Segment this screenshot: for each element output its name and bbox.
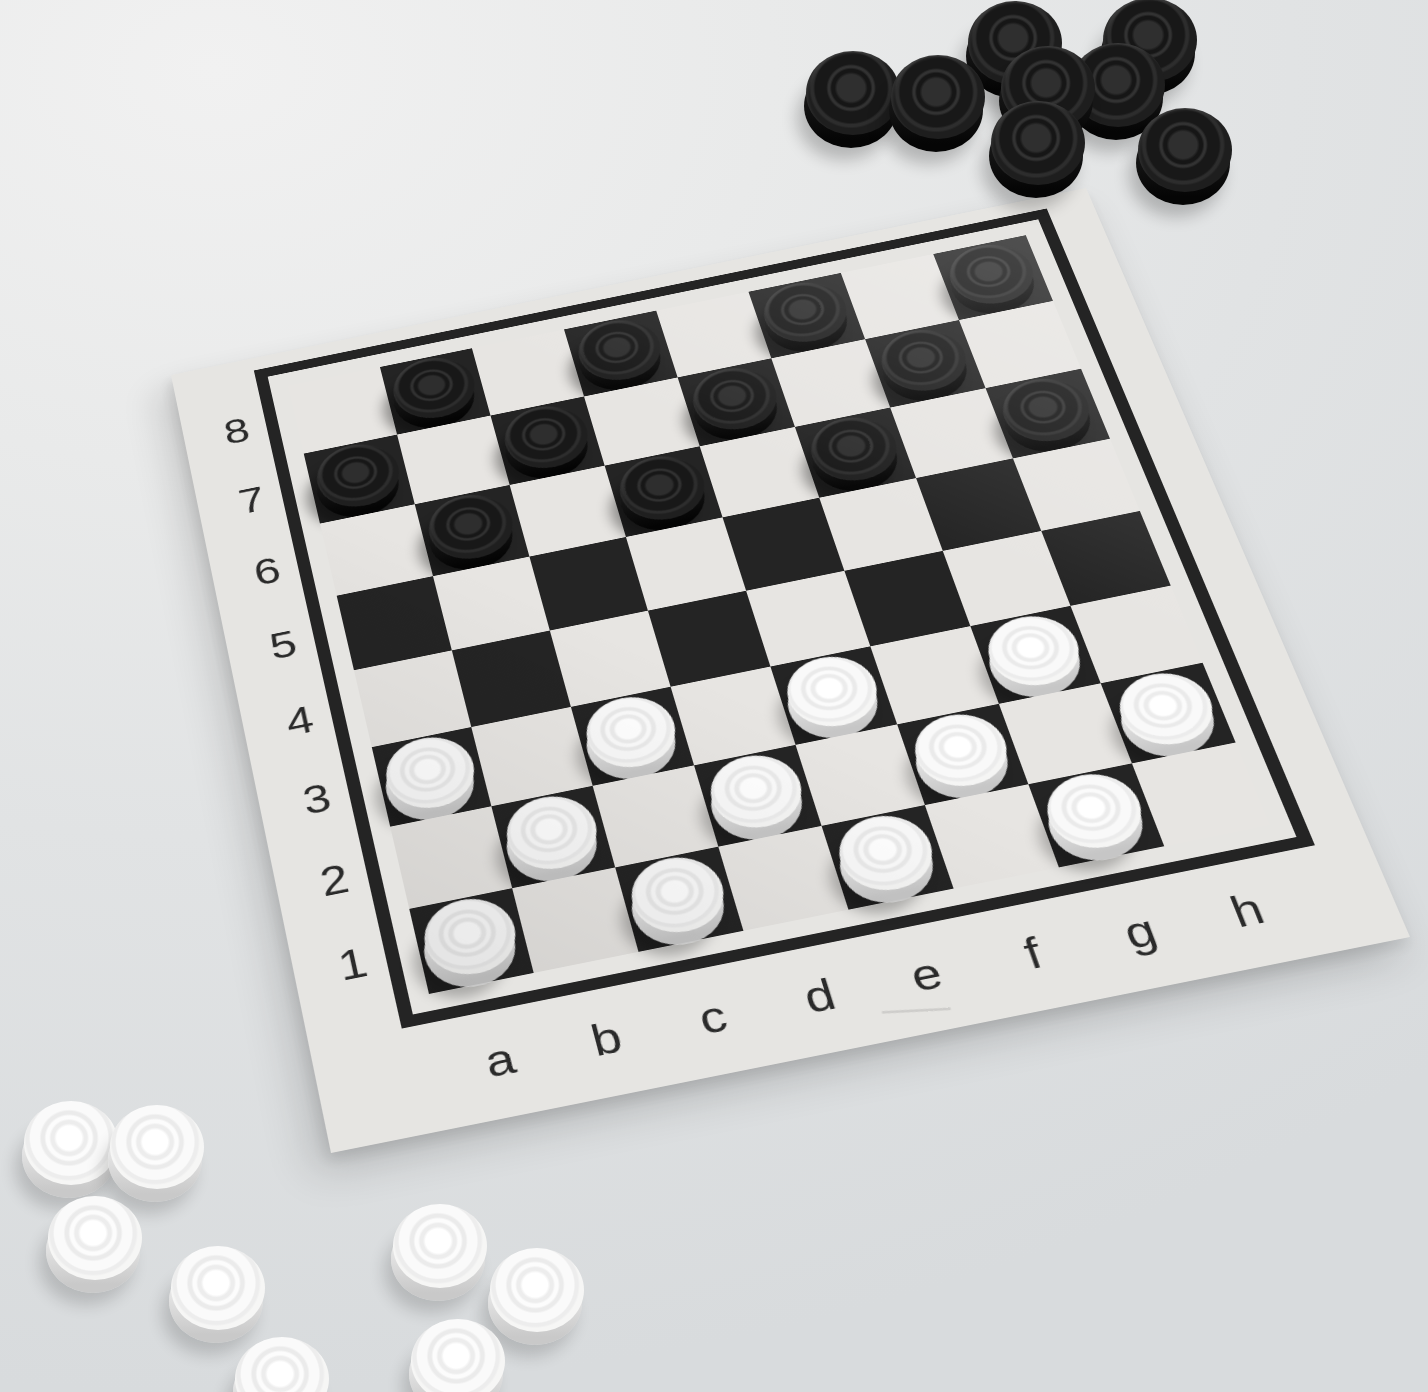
scene: 8 7 6 5 4 3 2 1 a b c d e f g h <box>0 0 1428 1392</box>
offboard-white-piece-4[interactable] <box>393 1204 487 1290</box>
rank-label-7: 7 <box>217 474 286 528</box>
offboard-white-piece-1[interactable] <box>24 1101 118 1187</box>
piece-top <box>1138 108 1232 192</box>
offboard-white-piece-3[interactable] <box>48 1196 142 1282</box>
file-label-d: d <box>777 962 863 1032</box>
rank-label-2: 2 <box>297 849 373 912</box>
offboard-black-piece-6[interactable] <box>891 55 985 141</box>
board-paper: 8 7 6 5 4 3 2 1 a b c d e f g h <box>171 188 1410 1153</box>
offboard-white-piece-8[interactable] <box>235 1337 329 1392</box>
offboard-white-piece-5[interactable] <box>171 1246 265 1332</box>
rank-label-8: 8 <box>203 405 271 458</box>
paper-scuff-mark <box>882 1007 951 1013</box>
file-label-c: c <box>671 983 755 1053</box>
piece-top <box>991 101 1085 185</box>
piece-white-c1[interactable] <box>617 845 740 946</box>
piece-top <box>171 1246 265 1330</box>
rank-label-5: 5 <box>247 617 319 674</box>
piece-top <box>393 1204 487 1288</box>
offboard-black-piece-7[interactable] <box>991 101 1085 187</box>
piece-top <box>891 55 985 139</box>
piece-top <box>235 1337 329 1392</box>
rank-label-4: 4 <box>263 692 336 751</box>
rank-label-3: 3 <box>280 769 355 830</box>
offboard-black-piece-5[interactable] <box>806 51 900 137</box>
rank-label-1: 1 <box>314 932 391 996</box>
file-label-f: f <box>989 919 1077 989</box>
file-label-g: g <box>1096 898 1186 967</box>
piece-top <box>48 1196 142 1280</box>
offboard-black-piece-8[interactable] <box>1138 108 1232 194</box>
rank-label-6: 6 <box>232 544 303 600</box>
piece-top <box>110 1105 204 1189</box>
piece-top <box>806 51 900 135</box>
piece-top <box>411 1319 505 1392</box>
piece-top <box>24 1101 118 1185</box>
file-label-b: b <box>565 1004 648 1074</box>
file-label-a: a <box>459 1025 541 1096</box>
file-label-e: e <box>883 940 970 1010</box>
file-label-h: h <box>1202 876 1293 945</box>
offboard-white-piece-7[interactable] <box>411 1319 505 1392</box>
offboard-white-piece-2[interactable] <box>110 1105 204 1191</box>
piece-white-a1[interactable] <box>411 887 530 988</box>
